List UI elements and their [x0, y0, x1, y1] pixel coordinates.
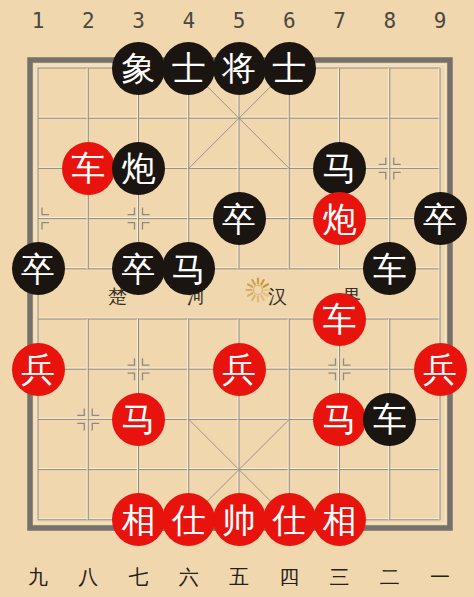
piece-red-chariot-left[interactable]: 车	[62, 142, 115, 195]
piece-red-horse-right[interactable]: 马	[313, 393, 366, 446]
piece-black-elephant[interactable]: 象	[112, 42, 165, 95]
piece-black-cannon[interactable]: 炮	[112, 142, 165, 195]
piece-red-elephant-right[interactable]: 相	[313, 493, 366, 546]
xiangqi-board-screen: 123456789 楚河汉界 象士将士车炮马卒炮卒卒卒马车车兵兵兵马马车相仕帅仕…	[0, 0, 474, 597]
piece-black-soldier-left[interactable]: 卒	[12, 242, 65, 295]
piece-black-soldier-far-right[interactable]: 卒	[414, 192, 467, 245]
piece-black-advisor-left[interactable]: 士	[162, 42, 215, 95]
piece-red-advisor-right[interactable]: 仕	[263, 493, 316, 546]
piece-red-general[interactable]: 帅	[213, 493, 266, 546]
piece-black-soldier-mid-left[interactable]: 卒	[112, 242, 165, 295]
piece-red-horse-left[interactable]: 马	[112, 393, 165, 446]
piece-black-advisor-right[interactable]: 士	[263, 42, 316, 95]
piece-black-horse-right[interactable]: 马	[313, 142, 366, 195]
piece-red-soldier-right[interactable]: 兵	[414, 343, 467, 396]
piece-red-soldier-center[interactable]: 兵	[213, 343, 266, 396]
piece-red-soldier-left[interactable]: 兵	[12, 343, 65, 396]
piece-red-elephant-left[interactable]: 相	[112, 493, 165, 546]
piece-red-cannon[interactable]: 炮	[313, 192, 366, 245]
piece-black-soldier-center[interactable]: 卒	[213, 192, 266, 245]
piece-black-general[interactable]: 将	[213, 42, 266, 95]
piece-red-chariot-right[interactable]: 车	[313, 293, 366, 346]
river-label-3: 汉	[268, 285, 287, 307]
piece-black-chariot-lower[interactable]: 车	[363, 393, 416, 446]
loading-spinner-icon	[247, 279, 270, 302]
